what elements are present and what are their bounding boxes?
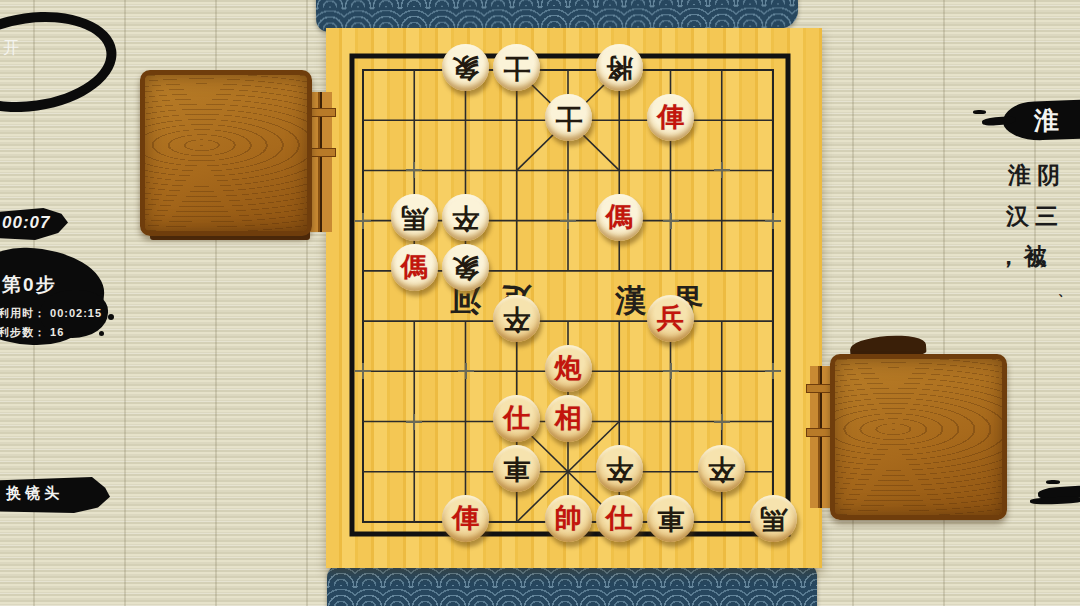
enso-glyph: 开: [3, 38, 19, 59]
position-mark: [406, 162, 422, 178]
step-count-stat: 利步数： 16: [0, 325, 64, 340]
elapsed-time-stat: 利用时： 00:02:15: [0, 306, 102, 321]
left-stool: [140, 70, 312, 236]
game-screen: 楚河 漢界 象士將士俥馬卒傌傌象卒兵炮仕相車卒卒俥帥仕車馬 开 00:07 第0…: [0, 0, 1080, 606]
position-mark: [714, 414, 730, 430]
black-general-glyph: 將: [606, 44, 633, 91]
story-title: 淮: [1034, 104, 1059, 137]
position-mark: [714, 162, 730, 178]
black-advisor-glyph: 士: [555, 94, 582, 141]
red-soldier-glyph: 兵: [657, 295, 684, 342]
story-line: 淮阴: [1008, 160, 1066, 191]
position-mark: [663, 213, 679, 229]
piece-red-soldier[interactable]: 兵: [647, 295, 694, 342]
ink-splatter-dot: [99, 331, 104, 336]
story-title-banner-dash: [973, 110, 986, 114]
switch-camera-button[interactable]: 换镜头: [6, 484, 63, 503]
story-line: ”: [1034, 254, 1047, 284]
piece-red-elephant[interactable]: 相: [545, 395, 592, 442]
xiangqi-board[interactable]: 楚河 漢界 象士將士俥馬卒傌傌象卒兵炮仕相車卒卒俥帥仕車馬: [326, 28, 822, 568]
piece-red-advisor[interactable]: 仕: [596, 495, 643, 542]
piece-black-advisor[interactable]: 士: [545, 94, 592, 141]
black-soldier-glyph: 卒: [708, 445, 735, 492]
move-counter: 第0步: [2, 272, 57, 298]
piece-black-advisor[interactable]: 士: [493, 44, 540, 91]
timer: 00:07: [2, 213, 50, 233]
ink-brush-stroke: [1030, 496, 1080, 505]
black-horse-glyph: 馬: [401, 194, 428, 241]
enso-brush-logo[interactable]: [0, 2, 123, 123]
position-mark: [458, 363, 474, 379]
piece-black-soldier[interactable]: 卒: [442, 194, 489, 241]
red-chariot-glyph: 俥: [657, 94, 684, 141]
ink-brush-stroke: [1046, 480, 1060, 484]
story-line: 、: [1058, 282, 1071, 300]
black-chariot-glyph: 車: [657, 495, 684, 542]
black-elephant-glyph: 象: [452, 44, 479, 91]
ink-splatter-dot: [108, 314, 114, 320]
black-chariot-glyph: 車: [503, 445, 530, 492]
red-horse-glyph: 傌: [401, 244, 428, 291]
piece-black-elephant[interactable]: 象: [442, 44, 489, 91]
red-general-glyph: 帥: [555, 495, 582, 542]
position-mark: [765, 213, 781, 229]
red-advisor-glyph: 仕: [503, 395, 530, 442]
piece-black-horse[interactable]: 馬: [750, 495, 797, 542]
red-horse-glyph: 傌: [606, 194, 633, 241]
black-advisor-glyph: 士: [503, 44, 530, 91]
red-chariot-glyph: 俥: [452, 495, 479, 542]
red-cannon-glyph: 炮: [555, 345, 582, 392]
black-horse-glyph: 馬: [760, 495, 787, 542]
piece-red-cannon[interactable]: 炮: [545, 345, 592, 392]
bottom-seat-cushion: [327, 564, 817, 606]
position-mark: [355, 363, 371, 379]
right-stool: [830, 354, 1007, 520]
piece-black-soldier[interactable]: 卒: [493, 295, 540, 342]
piece-red-chariot[interactable]: 俥: [647, 94, 694, 141]
piece-red-advisor[interactable]: 仕: [493, 395, 540, 442]
piece-black-horse[interactable]: 馬: [391, 194, 438, 241]
black-elephant-glyph: 象: [452, 244, 479, 291]
black-soldier-glyph: 卒: [503, 295, 530, 342]
piece-black-general[interactable]: 將: [596, 44, 643, 91]
red-advisor-glyph: 仕: [606, 495, 633, 542]
piece-red-general[interactable]: 帥: [545, 495, 592, 542]
position-mark: [765, 363, 781, 379]
piece-red-horse[interactable]: 傌: [391, 244, 438, 291]
black-soldier-glyph: 卒: [452, 194, 479, 241]
red-elephant-glyph: 相: [555, 395, 582, 442]
story-line: 汉三: [1006, 201, 1064, 232]
top-seat-cushion: [316, 0, 798, 32]
position-mark: [406, 414, 422, 430]
black-soldier-glyph: 卒: [606, 445, 633, 492]
position-mark: [355, 213, 371, 229]
piece-black-soldier[interactable]: 卒: [596, 445, 643, 492]
position-mark: [560, 213, 576, 229]
position-mark: [663, 363, 679, 379]
piece-red-horse[interactable]: 傌: [596, 194, 643, 241]
